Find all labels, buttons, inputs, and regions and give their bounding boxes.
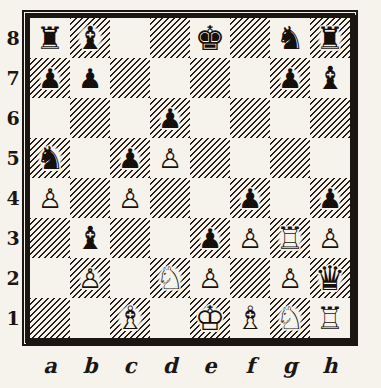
square-g8[interactable]: ♞	[270, 18, 310, 58]
rank-labels: 87654321	[3, 18, 23, 338]
file-label-b: b	[70, 349, 110, 381]
black-pawn[interactable]: ♟	[155, 104, 185, 133]
black-rook[interactable]: ♜	[313, 22, 347, 55]
square-a2[interactable]	[30, 258, 70, 298]
white-pawn[interactable]: ♙	[318, 225, 342, 252]
square-g7[interactable]: ♟	[270, 58, 310, 98]
white-knight[interactable]: ♘	[153, 261, 188, 295]
square-g6[interactable]	[270, 98, 310, 138]
square-g5[interactable]	[270, 138, 310, 178]
square-a3[interactable]	[30, 218, 70, 258]
white-bishop[interactable]: ♗	[236, 302, 265, 334]
square-d3[interactable]	[150, 218, 190, 258]
black-king[interactable]: ♚	[195, 21, 225, 55]
rank-label-1: 1	[3, 298, 23, 338]
rank-label-2: 2	[3, 258, 23, 298]
file-label-g: g	[270, 349, 310, 381]
square-d7[interactable]	[150, 58, 190, 98]
square-a7[interactable]: ♟	[30, 58, 70, 98]
file-label-h: h	[310, 349, 350, 381]
square-d5[interactable]: ♙	[150, 138, 190, 178]
square-a1[interactable]	[30, 298, 70, 338]
rank-label-5: 5	[3, 138, 23, 178]
square-h1[interactable]: ♖	[310, 298, 350, 338]
file-label-e: e	[190, 349, 230, 381]
square-g2[interactable]: ♙	[270, 258, 310, 298]
square-c2[interactable]	[110, 258, 150, 298]
file-label-d: d	[150, 349, 190, 381]
diagram-page: 87654321 ♜♝♚♞♜♟♟♟♝♟♞♟♙♙♙♟♟♝♟♙♖♙♙♘♙♙♛♗♔♗♘…	[0, 0, 381, 388]
square-b6[interactable]	[70, 98, 110, 138]
square-e6[interactable]	[190, 98, 230, 138]
square-b8[interactable]: ♝	[70, 18, 110, 58]
rank-label-6: 6	[3, 98, 23, 138]
white-bishop[interactable]: ♗	[113, 301, 148, 335]
black-knight[interactable]: ♞	[276, 22, 305, 54]
white-pawn[interactable]: ♙	[238, 225, 262, 252]
square-e8[interactable]: ♚	[190, 18, 230, 58]
square-g1[interactable]: ♘	[270, 298, 310, 338]
square-a8[interactable]: ♜	[30, 18, 70, 58]
black-bishop[interactable]: ♝	[73, 21, 108, 55]
file-label-f: f	[230, 349, 270, 381]
square-f2[interactable]	[230, 258, 270, 298]
square-f4[interactable]: ♟	[230, 178, 270, 218]
square-h4[interactable]: ♟	[310, 178, 350, 218]
square-c1[interactable]: ♗	[110, 298, 150, 338]
black-pawn[interactable]: ♟	[195, 224, 225, 253]
square-f3[interactable]: ♙	[230, 218, 270, 258]
square-e2[interactable]: ♙	[190, 258, 230, 298]
square-c7[interactable]	[110, 58, 150, 98]
square-f8[interactable]	[230, 18, 270, 58]
black-pawn[interactable]: ♟	[235, 184, 265, 213]
rank-label-4: 4	[3, 178, 23, 218]
board-grid: ♜♝♚♞♜♟♟♟♝♟♞♟♙♙♙♟♟♝♟♙♖♙♙♘♙♙♛♗♔♗♘♖	[25, 13, 355, 343]
file-label-c: c	[110, 349, 150, 381]
black-queen[interactable]: ♛	[312, 260, 348, 296]
square-b4[interactable]	[70, 178, 110, 218]
file-labels: abcdefgh	[30, 349, 350, 381]
square-d2[interactable]: ♘	[150, 258, 190, 298]
white-knight[interactable]: ♘	[273, 301, 308, 335]
white-pawn[interactable]: ♙	[158, 145, 182, 172]
square-f5[interactable]	[230, 138, 270, 178]
square-d6[interactable]: ♟	[150, 98, 190, 138]
square-b2[interactable]: ♙	[70, 258, 110, 298]
black-bishop[interactable]: ♝	[76, 222, 105, 254]
square-a5[interactable]: ♞	[30, 138, 70, 178]
black-knight[interactable]: ♞	[33, 141, 68, 175]
square-c4[interactable]: ♙	[110, 178, 150, 218]
square-c6[interactable]	[110, 98, 150, 138]
square-a6[interactable]	[30, 98, 70, 138]
square-h6[interactable]	[310, 98, 350, 138]
square-a4[interactable]: ♙	[30, 178, 70, 218]
black-pawn[interactable]: ♟	[115, 144, 145, 173]
square-h3[interactable]: ♙	[310, 218, 350, 258]
square-c5[interactable]: ♟	[110, 138, 150, 178]
square-e1[interactable]: ♔	[190, 298, 230, 338]
square-f6[interactable]	[230, 98, 270, 138]
square-b1[interactable]	[70, 298, 110, 338]
square-e4[interactable]	[190, 178, 230, 218]
black-pawn[interactable]: ♟	[275, 64, 305, 93]
white-pawn[interactable]: ♙	[75, 264, 105, 293]
file-label-a: a	[30, 349, 70, 381]
chessboard: 87654321 ♜♝♚♞♜♟♟♟♝♟♞♟♙♙♙♟♟♝♟♙♖♙♙♘♙♙♛♗♔♗♘…	[0, 0, 381, 388]
square-e7[interactable]	[190, 58, 230, 98]
rank-label-7: 7	[3, 58, 23, 98]
rank-label-3: 3	[3, 218, 23, 258]
square-h8[interactable]: ♜	[310, 18, 350, 58]
square-g3[interactable]: ♖	[270, 218, 310, 258]
rank-label-8: 8	[3, 18, 23, 58]
square-e3[interactable]: ♟	[190, 218, 230, 258]
square-d8[interactable]	[150, 18, 190, 58]
white-pawn[interactable]: ♙	[278, 265, 302, 292]
white-rook[interactable]: ♖	[273, 222, 307, 255]
black-rook[interactable]: ♜	[36, 23, 64, 54]
square-c8[interactable]	[110, 18, 150, 58]
square-h7[interactable]: ♝	[310, 58, 350, 98]
square-d4[interactable]	[150, 178, 190, 218]
white-pawn[interactable]: ♙	[198, 265, 222, 292]
black-bishop[interactable]: ♝	[316, 62, 345, 94]
square-h5[interactable]	[310, 138, 350, 178]
white-rook[interactable]: ♖	[316, 303, 344, 334]
square-e5[interactable]	[190, 138, 230, 178]
square-f1[interactable]: ♗	[230, 298, 270, 338]
white-pawn[interactable]: ♙	[38, 185, 62, 212]
square-d1[interactable]	[150, 298, 190, 338]
square-c3[interactable]	[110, 218, 150, 258]
square-h2[interactable]: ♛	[310, 258, 350, 298]
square-g4[interactable]	[270, 178, 310, 218]
black-pawn[interactable]: ♟	[35, 64, 65, 93]
square-b7[interactable]: ♟	[70, 58, 110, 98]
square-b3[interactable]: ♝	[70, 218, 110, 258]
black-pawn[interactable]: ♟	[315, 184, 345, 213]
black-pawn[interactable]: ♟	[78, 65, 102, 92]
white-king[interactable]: ♔	[192, 300, 228, 336]
square-b5[interactable]	[70, 138, 110, 178]
white-pawn[interactable]: ♙	[118, 185, 142, 212]
square-f7[interactable]	[230, 58, 270, 98]
